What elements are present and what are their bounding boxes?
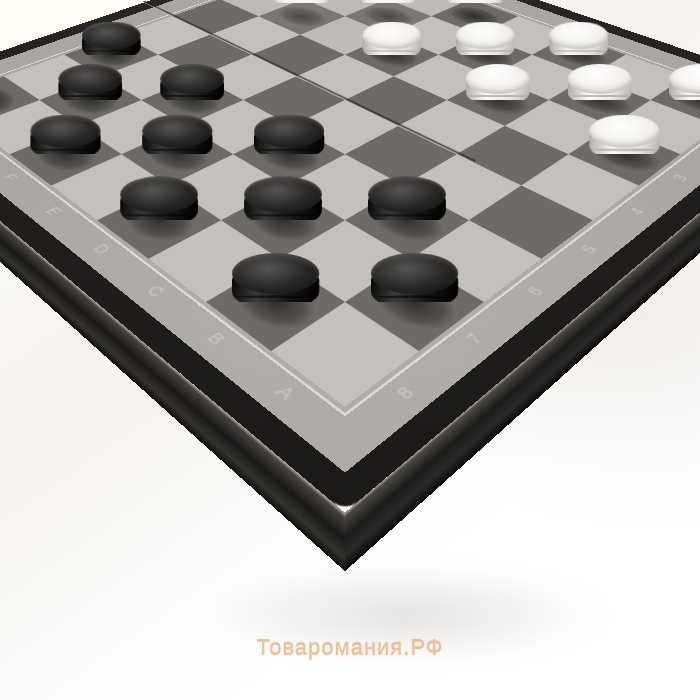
checker-groove xyxy=(365,50,418,52)
checker-groove xyxy=(593,149,657,151)
board-scene: ⛀⛀⛀⛀⛀⛀⛀⛀⛀⛀⛀⛀⛂⛂⛂⛂⛂⛂⛂⛂⛂⛂⛂⛂ HGFEDCBA 123456… xyxy=(0,0,700,700)
checker-top xyxy=(466,64,530,94)
checker-top xyxy=(232,253,319,294)
product-photo: ⛀⛀⛀⛀⛀⛀⛀⛀⛀⛀⛀⛀⛂⛂⛂⛂⛂⛂⛂⛂⛂⛂⛂⛂ HGFEDCBA 123456… xyxy=(0,0,700,700)
checker-groove xyxy=(364,12,413,14)
checker-groove xyxy=(34,149,98,151)
checker-groove xyxy=(372,214,443,216)
checker-groove xyxy=(450,12,499,14)
checker-top xyxy=(120,176,198,213)
checker-groove xyxy=(85,50,138,52)
checkers-board: ⛀⛀⛀⛀⛀⛀⛀⛀⛀⛀⛀⛀⛂⛂⛂⛂⛂⛂⛂⛂⛂⛂⛂⛂ HGFEDCBA 123456… xyxy=(0,0,700,513)
checker-top xyxy=(82,22,141,50)
checker-top xyxy=(58,64,122,94)
rank-label-4: 4 xyxy=(586,185,686,239)
checker-groove xyxy=(145,149,209,151)
checker-groove xyxy=(277,12,326,14)
checker-groove xyxy=(571,95,629,97)
checker-top xyxy=(160,64,224,94)
checker-top xyxy=(30,115,100,148)
checker-groove xyxy=(552,50,605,52)
checker-top xyxy=(568,64,632,94)
checker-top xyxy=(549,22,608,50)
watermark-text: Товаромания.РФ xyxy=(0,635,700,661)
checker-top xyxy=(589,115,659,148)
checker-groove xyxy=(469,95,527,97)
board-surface: ⛀⛀⛀⛀⛀⛀⛀⛀⛀⛀⛀⛀⛂⛂⛂⛂⛂⛂⛂⛂⛂⛂⛂⛂ HGFEDCBA 123456… xyxy=(0,0,700,473)
checker-groove xyxy=(248,214,319,216)
rank-label-5: 5 xyxy=(536,220,640,280)
checker-groove xyxy=(257,149,321,151)
checker-top xyxy=(244,176,322,213)
checker-groove xyxy=(236,295,315,298)
checker-groove xyxy=(459,50,512,52)
checker-groove xyxy=(375,295,454,298)
checker-top xyxy=(368,176,446,213)
checker-groove xyxy=(61,95,119,97)
checker-groove xyxy=(124,214,195,216)
checker-top xyxy=(142,115,212,148)
checker-top xyxy=(456,22,515,50)
checker-top xyxy=(362,22,421,50)
checker-groove xyxy=(163,95,221,97)
checker-top xyxy=(254,115,324,148)
checker-top xyxy=(371,253,458,294)
